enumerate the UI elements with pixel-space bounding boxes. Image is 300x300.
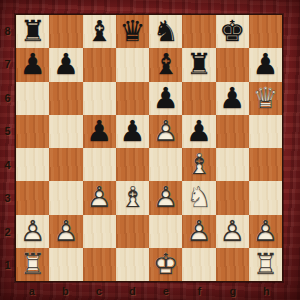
square-e4[interactable] <box>149 148 182 181</box>
black-piece-glyph: ♞ <box>149 15 182 48</box>
piece-white-pawn[interactable]: ♟♙ <box>83 181 116 214</box>
white-piece-outline-glyph: ♙ <box>216 215 249 248</box>
file-label-b: b <box>49 282 83 299</box>
square-g5[interactable] <box>216 115 249 148</box>
piece-black-rook[interactable]: ♜ <box>182 48 215 81</box>
square-b3[interactable] <box>49 181 82 214</box>
square-f3[interactable]: ♞♘ <box>182 181 215 214</box>
square-c3[interactable]: ♟♙ <box>83 181 116 214</box>
square-d6[interactable] <box>116 82 149 115</box>
square-f8[interactable] <box>182 15 215 48</box>
rank-label-1: 1 <box>0 249 15 283</box>
square-a5[interactable] <box>16 115 49 148</box>
piece-white-king[interactable]: ♚♔ <box>149 248 182 281</box>
square-d5[interactable]: ♟ <box>116 115 149 148</box>
white-piece-outline-glyph: ♕ <box>249 82 282 115</box>
rank-label-4: 4 <box>0 148 15 182</box>
square-d7[interactable] <box>116 48 149 81</box>
piece-white-pawn[interactable]: ♟♙ <box>149 181 182 214</box>
square-h5[interactable] <box>249 115 282 148</box>
piece-white-rook[interactable]: ♜♖ <box>16 248 49 281</box>
white-piece-outline-glyph: ♙ <box>182 215 215 248</box>
piece-white-bishop[interactable]: ♝♗ <box>116 181 149 214</box>
square-d4[interactable] <box>116 148 149 181</box>
square-c2[interactable] <box>83 215 116 248</box>
square-f1[interactable] <box>182 248 215 281</box>
square-g3[interactable] <box>216 181 249 214</box>
square-g6[interactable]: ♟ <box>216 82 249 115</box>
square-g8[interactable]: ♚ <box>216 15 249 48</box>
square-b6[interactable] <box>49 82 82 115</box>
square-e7[interactable]: ♝ <box>149 48 182 81</box>
square-h8[interactable] <box>249 15 282 48</box>
piece-black-knight[interactable]: ♞ <box>149 15 182 48</box>
piece-black-pawn[interactable]: ♟ <box>49 48 82 81</box>
square-c4[interactable] <box>83 148 116 181</box>
file-label-g: g <box>216 282 250 299</box>
square-g7[interactable] <box>216 48 249 81</box>
white-piece-outline-glyph: ♗ <box>116 181 149 214</box>
square-c5[interactable]: ♟ <box>83 115 116 148</box>
piece-black-king[interactable]: ♚ <box>216 15 249 48</box>
piece-white-bishop[interactable]: ♝♗ <box>182 148 215 181</box>
square-c1[interactable] <box>83 248 116 281</box>
rank-label-8: 8 <box>0 14 15 48</box>
black-piece-glyph: ♝ <box>83 15 116 48</box>
black-piece-glyph: ♟ <box>249 48 282 81</box>
black-piece-glyph: ♝ <box>149 48 182 81</box>
white-piece-outline-glyph: ♙ <box>49 215 82 248</box>
rank-label-6: 6 <box>0 81 15 115</box>
square-e2[interactable] <box>149 215 182 248</box>
file-label-a: a <box>15 282 49 299</box>
file-label-d: d <box>116 282 150 299</box>
chess-board: ♜♝♛♞♚♟♟♝♜♟♟♟♛♕♟♟♟♙♟♝♗♟♙♝♗♟♙♞♘♟♙♟♙♟♙♟♙♟♙♜… <box>15 14 283 282</box>
piece-white-pawn[interactable]: ♟♙ <box>182 215 215 248</box>
black-piece-glyph: ♛ <box>116 15 149 48</box>
square-a3[interactable] <box>16 181 49 214</box>
white-piece-outline-glyph: ♖ <box>16 248 49 281</box>
piece-white-pawn[interactable]: ♟♙ <box>149 115 182 148</box>
square-d8[interactable]: ♛ <box>116 15 149 48</box>
black-piece-glyph: ♜ <box>182 48 215 81</box>
white-piece-outline-glyph: ♘ <box>182 181 215 214</box>
square-a7[interactable]: ♟ <box>16 48 49 81</box>
square-a8[interactable]: ♜ <box>16 15 49 48</box>
piece-black-queen[interactable]: ♛ <box>116 15 149 48</box>
file-label-f: f <box>183 282 217 299</box>
square-e1[interactable]: ♚♔ <box>149 248 182 281</box>
piece-white-pawn[interactable]: ♟♙ <box>16 215 49 248</box>
black-piece-glyph: ♟ <box>49 48 82 81</box>
square-h6[interactable]: ♛♕ <box>249 82 282 115</box>
square-g4[interactable] <box>216 148 249 181</box>
white-piece-outline-glyph: ♙ <box>149 181 182 214</box>
square-b1[interactable] <box>49 248 82 281</box>
white-piece-outline-glyph: ♙ <box>16 215 49 248</box>
square-f7[interactable]: ♜ <box>182 48 215 81</box>
square-h7[interactable]: ♟ <box>249 48 282 81</box>
black-piece-glyph: ♟ <box>83 115 116 148</box>
piece-white-knight[interactable]: ♞♘ <box>182 181 215 214</box>
white-piece-outline-glyph: ♙ <box>149 115 182 148</box>
square-d2[interactable] <box>116 215 149 248</box>
black-piece-glyph: ♟ <box>182 115 215 148</box>
black-piece-glyph: ♟ <box>216 82 249 115</box>
square-h4[interactable] <box>249 148 282 181</box>
square-a4[interactable] <box>16 148 49 181</box>
square-e3[interactable]: ♟♙ <box>149 181 182 214</box>
rank-label-7: 7 <box>0 48 15 82</box>
piece-white-pawn[interactable]: ♟♙ <box>49 215 82 248</box>
square-d1[interactable] <box>116 248 149 281</box>
square-b4[interactable] <box>49 148 82 181</box>
piece-black-pawn[interactable]: ♟ <box>216 82 249 115</box>
square-e5[interactable]: ♟♙ <box>149 115 182 148</box>
piece-black-pawn[interactable]: ♟ <box>16 48 49 81</box>
black-piece-glyph: ♟ <box>116 115 149 148</box>
file-label-e: e <box>149 282 183 299</box>
square-h3[interactable] <box>249 181 282 214</box>
white-piece-outline-glyph: ♔ <box>149 248 182 281</box>
piece-black-pawn[interactable]: ♟ <box>116 115 149 148</box>
file-labels: abcdefgh <box>15 282 283 299</box>
square-c6[interactable] <box>83 82 116 115</box>
file-label-h: h <box>250 282 284 299</box>
square-e8[interactable]: ♞ <box>149 15 182 48</box>
square-a6[interactable] <box>16 82 49 115</box>
rank-label-2: 2 <box>0 215 15 249</box>
white-piece-outline-glyph: ♖ <box>249 248 282 281</box>
square-f2[interactable]: ♟♙ <box>182 215 215 248</box>
square-g1[interactable] <box>216 248 249 281</box>
square-f5[interactable]: ♟ <box>182 115 215 148</box>
file-label-c: c <box>82 282 116 299</box>
black-piece-glyph: ♟ <box>16 48 49 81</box>
piece-black-pawn[interactable]: ♟ <box>249 48 282 81</box>
square-b8[interactable] <box>49 15 82 48</box>
black-piece-glyph: ♚ <box>216 15 249 48</box>
square-h2[interactable]: ♟♙ <box>249 215 282 248</box>
piece-white-pawn[interactable]: ♟♙ <box>249 215 282 248</box>
piece-black-rook[interactable]: ♜ <box>16 15 49 48</box>
piece-black-bishop[interactable]: ♝ <box>83 15 116 48</box>
square-f4[interactable]: ♝♗ <box>182 148 215 181</box>
piece-black-pawn[interactable]: ♟ <box>83 115 116 148</box>
piece-black-pawn[interactable]: ♟ <box>149 82 182 115</box>
piece-black-pawn[interactable]: ♟ <box>182 115 215 148</box>
white-piece-outline-glyph: ♙ <box>249 215 282 248</box>
square-a2[interactable]: ♟♙ <box>16 215 49 248</box>
rank-label-3: 3 <box>0 182 15 216</box>
piece-white-pawn[interactable]: ♟♙ <box>216 215 249 248</box>
square-h1[interactable]: ♜♖ <box>249 248 282 281</box>
board-frame: 87654321 abcdefgh ♜♝♛♞♚♟♟♝♜♟♟♟♛♕♟♟♟♙♟♝♗♟… <box>0 0 300 300</box>
piece-white-rook[interactable]: ♜♖ <box>249 248 282 281</box>
square-e6[interactable]: ♟ <box>149 82 182 115</box>
square-g2[interactable]: ♟♙ <box>216 215 249 248</box>
rank-labels: 87654321 <box>0 14 15 282</box>
piece-white-queen[interactable]: ♛♕ <box>249 82 282 115</box>
square-f6[interactable] <box>182 82 215 115</box>
square-b5[interactable] <box>49 115 82 148</box>
black-piece-glyph: ♜ <box>16 15 49 48</box>
square-b2[interactable]: ♟♙ <box>49 215 82 248</box>
square-c7[interactable] <box>83 48 116 81</box>
white-piece-outline-glyph: ♙ <box>83 181 116 214</box>
white-piece-outline-glyph: ♗ <box>182 148 215 181</box>
black-piece-glyph: ♟ <box>149 82 182 115</box>
square-a1[interactable]: ♜♖ <box>16 248 49 281</box>
square-b7[interactable]: ♟ <box>49 48 82 81</box>
rank-label-5: 5 <box>0 115 15 149</box>
square-c8[interactable]: ♝ <box>83 15 116 48</box>
square-d3[interactable]: ♝♗ <box>116 181 149 214</box>
piece-black-bishop[interactable]: ♝ <box>149 48 182 81</box>
